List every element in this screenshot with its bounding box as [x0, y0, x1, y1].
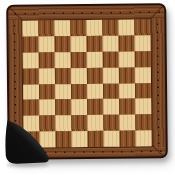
frame-dot — [13, 33, 15, 35]
board-square — [135, 67, 151, 83]
frame-dot — [140, 150, 142, 152]
board-square — [103, 99, 119, 115]
chess-board-mat — [6, 3, 168, 160]
frame-dot — [24, 13, 26, 15]
board-square — [118, 20, 134, 36]
frame-dot — [83, 151, 85, 153]
board-square — [40, 131, 56, 147]
board-square — [23, 36, 39, 52]
board-frame-left — [8, 20, 22, 149]
board-square — [119, 51, 135, 67]
board-square — [55, 115, 71, 131]
board-square — [39, 100, 55, 116]
frame-dot — [14, 112, 16, 114]
frame-dot — [26, 152, 28, 154]
board-square — [87, 67, 103, 83]
board-square — [38, 20, 54, 36]
frame-dot — [14, 72, 16, 74]
board-square — [71, 52, 87, 68]
frame-dot — [14, 104, 16, 106]
board-square — [71, 36, 87, 52]
board-square — [87, 83, 103, 99]
board-square — [70, 20, 86, 36]
frame-dot — [121, 151, 123, 153]
frame-dot — [150, 150, 152, 152]
frame-dot — [14, 88, 16, 90]
frame-dot — [157, 103, 159, 105]
frame-dot — [93, 151, 95, 153]
frame-dot — [13, 25, 15, 27]
product-photo-background — [0, 0, 175, 175]
board-square — [135, 99, 151, 115]
frame-dot — [14, 80, 16, 82]
board-square — [55, 52, 71, 68]
frame-dot — [15, 136, 17, 138]
frame-dot — [148, 11, 150, 13]
frame-dot — [72, 12, 74, 14]
frame-dot — [14, 57, 16, 59]
board-square — [56, 131, 72, 147]
frame-dot — [14, 96, 16, 98]
board-square — [71, 99, 87, 115]
board-square — [135, 51, 151, 67]
frame-dot — [14, 128, 16, 130]
board-square — [103, 115, 119, 131]
board-square — [87, 115, 103, 131]
frame-dot — [34, 13, 36, 15]
frame-dot — [110, 12, 112, 14]
board-square — [88, 131, 104, 147]
frame-dot — [131, 151, 133, 153]
frame-dot — [157, 79, 159, 81]
board-square — [23, 116, 39, 132]
board-square — [55, 100, 71, 116]
frame-dot — [157, 55, 159, 57]
frame-dot — [14, 49, 16, 51]
frame-dot — [156, 23, 158, 25]
board-square — [120, 131, 136, 147]
frame-dot — [158, 142, 160, 144]
frame-dot — [158, 134, 160, 136]
frame-dot — [129, 12, 131, 14]
board-square — [119, 99, 135, 115]
board-square — [22, 21, 38, 37]
frame-dot — [157, 71, 159, 73]
frame-dot — [101, 12, 103, 14]
board-square — [102, 20, 118, 36]
board-square — [135, 115, 151, 131]
board-square — [39, 68, 55, 84]
frame-dot — [43, 12, 45, 14]
board-square — [86, 20, 102, 36]
board-square — [87, 52, 103, 68]
frame-dot — [120, 12, 122, 14]
board-square — [71, 68, 87, 84]
frame-dot — [157, 39, 159, 41]
frame-dot — [14, 120, 16, 122]
board-square — [23, 68, 39, 84]
board-square — [23, 52, 39, 68]
frame-dot — [139, 11, 141, 13]
board-square — [103, 67, 119, 83]
board-square — [103, 83, 119, 99]
playing-area — [21, 18, 152, 148]
board-square — [136, 130, 152, 146]
board-square — [23, 84, 39, 100]
board-square — [135, 83, 151, 99]
board-square — [103, 36, 119, 52]
frame-dot — [157, 126, 159, 128]
frame-dot — [156, 31, 158, 33]
frame-dot — [15, 144, 17, 146]
frame-dot — [64, 151, 66, 153]
board-square — [103, 51, 119, 67]
frame-dot — [157, 47, 159, 49]
frame-dot — [35, 152, 37, 154]
board-square — [55, 36, 71, 52]
frame-dot — [158, 11, 160, 13]
board-square — [119, 67, 135, 83]
board-square — [104, 131, 120, 147]
frame-dot — [54, 151, 56, 153]
frame-dot — [157, 63, 159, 65]
board-square — [119, 115, 135, 131]
board-square — [55, 68, 71, 84]
frame-dot — [112, 151, 114, 153]
board-frame — [8, 5, 166, 158]
frame-dot — [14, 41, 16, 43]
board-square — [119, 35, 135, 51]
board-square — [39, 84, 55, 100]
board-square — [71, 83, 87, 99]
frame-dot — [62, 12, 64, 14]
board-square — [39, 52, 55, 68]
curl-shadow — [7, 162, 49, 168]
board-square — [39, 36, 55, 52]
board-square — [71, 115, 87, 131]
board-square — [134, 19, 150, 35]
board-square — [54, 20, 70, 36]
frame-dot — [14, 64, 16, 66]
board-square — [23, 100, 39, 116]
board-square — [119, 83, 135, 99]
board-square — [87, 36, 103, 52]
board-square — [87, 99, 103, 115]
board-square — [72, 131, 88, 147]
frame-dot — [157, 110, 159, 112]
board-square — [39, 116, 55, 132]
frame-dot — [45, 151, 47, 153]
board-frame-right — [151, 18, 165, 147]
board-square — [24, 132, 40, 148]
frame-dot — [157, 118, 159, 120]
board-square — [55, 84, 71, 100]
frame-dot — [91, 12, 93, 14]
frame-dot — [157, 87, 159, 89]
board-square — [135, 35, 151, 51]
frame-dot — [102, 151, 104, 153]
board-frame-bottom — [10, 147, 166, 158]
frame-dot — [73, 151, 75, 153]
frame-dot — [53, 12, 55, 14]
frame-dot — [81, 12, 83, 14]
frame-dot — [157, 95, 159, 97]
